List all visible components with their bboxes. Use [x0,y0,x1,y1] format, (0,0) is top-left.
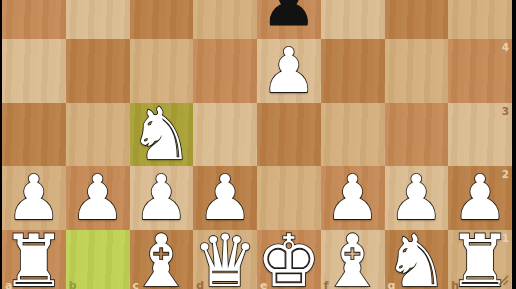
square-a4[interactable] [2,39,66,103]
board-resize-handle-icon[interactable] [498,275,509,286]
rank-label-1: 1 [502,232,509,244]
video-frame: ♟♟4♞3♟♟♟♟♟♟♟2♜ab♝c♛d♚e♝f♞g♜h1 [0,0,516,289]
square-d1[interactable]: ♛d [193,230,257,289]
white-pawn[interactable]: ♟ [70,167,126,229]
square-d5[interactable] [193,0,257,39]
square-d3[interactable] [193,103,257,167]
file-label-f: f [324,279,329,289]
file-label-a: a [5,279,12,289]
square-a2[interactable]: ♟ [2,166,66,230]
square-e5[interactable]: ♟ [257,0,321,39]
right-black-bar [512,0,516,289]
square-h5[interactable] [448,0,512,39]
square-b1[interactable]: b [66,230,130,289]
square-h3[interactable]: 3 [448,103,512,167]
square-c5[interactable] [130,0,194,39]
square-g1[interactable]: ♞g [385,230,449,289]
white-knight[interactable]: ♞ [130,103,194,167]
square-f4[interactable] [321,39,385,103]
file-label-e: e [260,279,267,289]
square-e2[interactable] [257,166,321,230]
square-f2[interactable]: ♟ [321,166,385,230]
square-b5[interactable] [66,0,130,39]
white-bishop[interactable]: ♝ [130,230,194,289]
chess-board: ♟♟4♞3♟♟♟♟♟♟♟2♜ab♝c♛d♚e♝f♞g♜h1 [2,0,512,289]
square-a1[interactable]: ♜a [2,230,66,289]
rank-label-3: 3 [502,105,509,117]
file-label-g: g [388,279,396,289]
square-f3[interactable] [321,103,385,167]
square-c3[interactable]: ♞ [130,103,194,167]
square-a3[interactable] [2,103,66,167]
file-label-h: h [451,279,459,289]
white-pawn[interactable]: ♟ [325,167,381,229]
square-f5[interactable] [321,0,385,39]
square-b4[interactable] [66,39,130,103]
white-pawn[interactable]: ♟ [134,167,190,229]
white-pawn[interactable]: ♟ [261,40,317,102]
file-label-c: c [133,279,140,289]
square-b3[interactable] [66,103,130,167]
square-g3[interactable] [385,103,449,167]
rank-label-4: 4 [502,41,509,53]
square-a5[interactable] [2,0,66,39]
square-f1[interactable]: ♝f [321,230,385,289]
square-d4[interactable] [193,39,257,103]
square-b2[interactable]: ♟ [66,166,130,230]
white-pawn[interactable]: ♟ [6,167,62,229]
square-g4[interactable] [385,39,449,103]
white-pawn[interactable]: ♟ [197,167,253,229]
file-label-b: b [69,279,77,289]
file-label-d: d [196,279,204,289]
square-c4[interactable] [130,39,194,103]
square-h2[interactable]: ♟2 [448,166,512,230]
square-h4[interactable]: 4 [448,39,512,103]
square-d2[interactable]: ♟ [193,166,257,230]
white-pawn[interactable]: ♟ [452,167,508,229]
white-bishop[interactable]: ♝ [321,230,385,289]
square-e1[interactable]: ♚e [257,230,321,289]
square-c2[interactable]: ♟ [130,166,194,230]
black-pawn[interactable]: ♟ [261,0,317,39]
square-c1[interactable]: ♝c [130,230,194,289]
square-e3[interactable] [257,103,321,167]
rank-label-2: 2 [502,168,509,180]
square-e4[interactable]: ♟ [257,39,321,103]
white-pawn[interactable]: ♟ [389,167,445,229]
square-g2[interactable]: ♟ [385,166,449,230]
square-g5[interactable] [385,0,449,39]
